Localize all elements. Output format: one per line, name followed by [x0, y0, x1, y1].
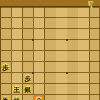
board-square-3g[interactable] [67, 73, 78, 84]
board-square-6b[interactable] [33, 18, 44, 29]
board-square-4i[interactable] [56, 95, 67, 100]
board-square-9h[interactable] [0, 84, 11, 95]
board-square-5h[interactable] [44, 84, 55, 95]
piece-kanji: 歩 [2, 64, 9, 73]
board-square-9g[interactable] [0, 73, 11, 84]
board-square-6h[interactable] [33, 84, 44, 95]
board-square-5b[interactable] [44, 18, 55, 29]
board-square-2b[interactable] [78, 18, 89, 29]
board-square-5f[interactable] [44, 62, 55, 73]
shogi-app-screen: 角 1 歩歩王銀香桂金 [0, 0, 100, 100]
board-square-2i[interactable] [78, 95, 89, 100]
piece-kanji: 香 [2, 97, 9, 100]
piece-kanji: 桂 [13, 97, 20, 100]
board-square-7e[interactable] [22, 51, 33, 62]
board-square-5a[interactable] [44, 7, 55, 18]
piece-sente-9f[interactable]: 歩 [1, 63, 9, 72]
board-square-6c[interactable] [33, 29, 44, 40]
board-square-8d[interactable] [11, 40, 22, 51]
board-square-1e[interactable] [89, 51, 100, 62]
board-square-5i[interactable] [44, 95, 55, 100]
board-square-9a[interactable] [0, 7, 11, 18]
board-square-1i[interactable] [89, 95, 100, 100]
board-square-3d[interactable] [67, 40, 78, 51]
board-square-8g[interactable] [11, 73, 22, 84]
board-square-1h[interactable] [89, 84, 100, 95]
board-square-5e[interactable] [44, 51, 55, 62]
piece-kanji: 銀 [25, 86, 32, 95]
board-square-4e[interactable] [56, 51, 67, 62]
board-square-4c[interactable] [56, 29, 67, 40]
piece-sente-8h[interactable]: 王 [13, 85, 21, 94]
board-square-5g[interactable] [44, 73, 55, 84]
piece-sente-7h[interactable]: 銀 [24, 85, 32, 94]
board-square-7b[interactable] [22, 18, 33, 29]
board-square-2c[interactable] [78, 29, 89, 40]
board-square-2h[interactable] [78, 84, 89, 95]
board-square-8e[interactable] [11, 51, 22, 62]
board-square-3a[interactable] [67, 7, 78, 18]
board-square-3i[interactable] [67, 95, 78, 100]
board-square-2g[interactable] [78, 73, 89, 84]
board-square-2e[interactable] [78, 51, 89, 62]
board-square-1c[interactable] [89, 29, 100, 40]
board-square-4d[interactable] [56, 40, 67, 51]
board-square-8b[interactable] [11, 18, 22, 29]
board-square-9b[interactable] [0, 18, 11, 29]
piece-sente-7g[interactable]: 歩 [24, 74, 32, 83]
board-square-6a[interactable] [33, 7, 44, 18]
gote-hand-piece-count: 1 [90, 6, 92, 9]
board-square-7a[interactable] [22, 7, 33, 18]
board-square-4h[interactable] [56, 84, 67, 95]
board-square-5d[interactable] [44, 40, 55, 51]
board-square-6f[interactable] [33, 62, 44, 73]
board-square-7i[interactable] [22, 95, 33, 100]
board-square-3e[interactable] [67, 51, 78, 62]
board-square-9d[interactable] [0, 40, 11, 51]
star-point-0 [32, 39, 34, 41]
board-square-2a[interactable] [78, 7, 89, 18]
board-square-6e[interactable] [33, 51, 44, 62]
board-square-2f[interactable] [78, 62, 89, 73]
board-square-6g[interactable] [33, 73, 44, 84]
piece-kanji: 歩 [25, 75, 32, 84]
board-square-3h[interactable] [67, 84, 78, 95]
board-square-5c[interactable] [44, 29, 55, 40]
board-square-4f[interactable] [56, 62, 67, 73]
board-square-4b[interactable] [56, 18, 67, 29]
board-square-3c[interactable] [67, 29, 78, 40]
star-point-1 [66, 39, 68, 41]
piece-kanji: 金 [36, 97, 43, 100]
gote-hand-tray: 角 [0, 0, 100, 7]
board-square-3b[interactable] [67, 18, 78, 29]
board-square-2d[interactable] [78, 40, 89, 51]
board-square-1b[interactable] [89, 18, 100, 29]
shogi-board[interactable]: 歩歩王銀香桂金 [0, 7, 100, 100]
board-square-4a[interactable] [56, 7, 67, 18]
board-square-8a[interactable] [11, 7, 22, 18]
board-square-3f[interactable] [67, 62, 78, 73]
board-square-4g[interactable] [56, 73, 67, 84]
board-square-9c[interactable] [0, 29, 11, 40]
board-square-8c[interactable] [11, 29, 22, 40]
board-square-7d[interactable] [22, 40, 33, 51]
board-square-6d[interactable] [33, 40, 44, 51]
board-square-8f[interactable] [11, 62, 22, 73]
piece-kanji: 王 [13, 86, 20, 95]
board-square-1d[interactable] [89, 40, 100, 51]
board-square-9e[interactable] [0, 51, 11, 62]
board-square-1g[interactable] [89, 73, 100, 84]
board-square-1f[interactable] [89, 62, 100, 73]
